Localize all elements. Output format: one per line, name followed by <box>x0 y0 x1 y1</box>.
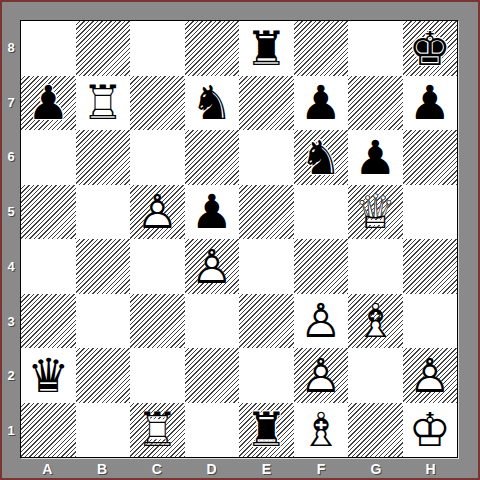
rank-label-2: 2 <box>2 349 20 404</box>
square-e5[interactable] <box>239 185 294 240</box>
file-label-h: H <box>403 459 458 478</box>
square-c1[interactable]: ♜♖ <box>130 403 185 458</box>
square-f4[interactable] <box>294 239 349 294</box>
square-c2[interactable] <box>130 348 185 403</box>
black-rook-icon: ♜ <box>239 403 294 458</box>
black-king-icon: ♚ <box>403 21 458 76</box>
black-rook-icon: ♜ <box>239 21 294 76</box>
black-knight-icon: ♞ <box>185 76 240 131</box>
square-b7[interactable]: ♜♖ <box>76 76 131 131</box>
white-pawn-icon: ♟ <box>130 185 185 240</box>
black-pawn-icon: ♟ <box>294 76 349 131</box>
square-a7[interactable]: ♟ <box>21 76 76 131</box>
white-pawn-icon: ♙ <box>403 348 458 403</box>
square-f5[interactable] <box>294 185 349 240</box>
square-g7[interactable] <box>348 76 403 131</box>
square-a1[interactable] <box>21 403 76 458</box>
white-bishop-icon: ♝ <box>348 294 403 349</box>
square-g1[interactable] <box>348 403 403 458</box>
white-king-icon: ♔ <box>403 403 458 458</box>
white-queen-icon: ♕ <box>348 185 403 240</box>
square-b4[interactable] <box>76 239 131 294</box>
square-a2[interactable]: ♛ <box>21 348 76 403</box>
chess-diagram-frame: 87654321 ♜♚♟♜♖♞♟♟♞♟♟♙♟♛♕♟♙♟♙♝♗♛♟♙♟♙♜♖♜♝♗… <box>0 0 480 480</box>
square-a8[interactable] <box>21 21 76 76</box>
square-d8[interactable] <box>185 21 240 76</box>
chess-board: ♜♚♟♜♖♞♟♟♞♟♟♙♟♛♕♟♙♟♙♝♗♛♟♙♟♙♜♖♜♝♗♚♔ <box>20 20 458 458</box>
square-d4[interactable]: ♟♙ <box>185 239 240 294</box>
square-h8[interactable]: ♚ <box>403 21 458 76</box>
square-c8[interactable] <box>130 21 185 76</box>
square-h1[interactable]: ♚♔ <box>403 403 458 458</box>
square-b8[interactable] <box>76 21 131 76</box>
white-rook-icon: ♜ <box>76 76 131 131</box>
file-label-c: C <box>130 459 185 478</box>
square-h5[interactable] <box>403 185 458 240</box>
square-h7[interactable]: ♟ <box>403 76 458 131</box>
square-e4[interactable] <box>239 239 294 294</box>
file-label-f: F <box>294 459 349 478</box>
rank-label-1: 1 <box>2 403 20 458</box>
file-labels-row: ABCDEFGH <box>20 459 458 478</box>
square-d6[interactable] <box>185 130 240 185</box>
square-e3[interactable] <box>239 294 294 349</box>
black-pawn-icon: ♟ <box>21 76 76 131</box>
black-knight-icon: ♞ <box>294 130 349 185</box>
square-h3[interactable] <box>403 294 458 349</box>
white-king-icon: ♚ <box>403 403 458 458</box>
square-a5[interactable] <box>21 185 76 240</box>
file-label-a: A <box>20 459 75 478</box>
white-pawn-icon: ♟ <box>403 348 458 403</box>
square-b3[interactable] <box>76 294 131 349</box>
square-f6[interactable]: ♞ <box>294 130 349 185</box>
square-g8[interactable] <box>348 21 403 76</box>
square-g6[interactable]: ♟ <box>348 130 403 185</box>
white-bishop-icon: ♗ <box>294 403 349 458</box>
square-f2[interactable]: ♟♙ <box>294 348 349 403</box>
square-h4[interactable] <box>403 239 458 294</box>
black-queen-icon: ♛ <box>21 348 76 403</box>
square-c7[interactable] <box>130 76 185 131</box>
white-pawn-icon: ♟ <box>185 239 240 294</box>
square-g2[interactable] <box>348 348 403 403</box>
square-f7[interactable]: ♟ <box>294 76 349 131</box>
square-d1[interactable] <box>185 403 240 458</box>
square-a3[interactable] <box>21 294 76 349</box>
square-e7[interactable] <box>239 76 294 131</box>
square-a4[interactable] <box>21 239 76 294</box>
rank-label-7: 7 <box>2 75 20 130</box>
square-d3[interactable] <box>185 294 240 349</box>
square-d5[interactable]: ♟ <box>185 185 240 240</box>
square-c4[interactable] <box>130 239 185 294</box>
square-d2[interactable] <box>185 348 240 403</box>
white-pawn-icon: ♙ <box>294 348 349 403</box>
square-f8[interactable] <box>294 21 349 76</box>
square-e8[interactable]: ♜ <box>239 21 294 76</box>
rank-label-6: 6 <box>2 130 20 185</box>
square-h2[interactable]: ♟♙ <box>403 348 458 403</box>
black-pawn-icon: ♟ <box>403 76 458 131</box>
white-pawn-icon: ♙ <box>294 294 349 349</box>
rank-label-4: 4 <box>2 239 20 294</box>
file-label-e: E <box>239 459 294 478</box>
square-f3[interactable]: ♟♙ <box>294 294 349 349</box>
file-label-g: G <box>349 459 404 478</box>
black-pawn-icon: ♟ <box>185 185 240 240</box>
square-g5[interactable]: ♛♕ <box>348 185 403 240</box>
square-c5[interactable]: ♟♙ <box>130 185 185 240</box>
white-pawn-icon: ♟ <box>294 294 349 349</box>
square-e1[interactable]: ♜ <box>239 403 294 458</box>
white-rook-icon: ♜ <box>130 403 185 458</box>
square-g4[interactable] <box>348 239 403 294</box>
rank-labels-column: 87654321 <box>2 20 20 458</box>
square-g3[interactable]: ♝♗ <box>348 294 403 349</box>
white-queen-icon: ♛ <box>348 185 403 240</box>
file-label-d: D <box>184 459 239 478</box>
square-b2[interactable] <box>76 348 131 403</box>
square-c6[interactable] <box>130 130 185 185</box>
square-h6[interactable] <box>403 130 458 185</box>
white-pawn-icon: ♟ <box>294 348 349 403</box>
square-b5[interactable] <box>76 185 131 240</box>
black-pawn-icon: ♟ <box>348 130 403 185</box>
square-e2[interactable] <box>239 348 294 403</box>
square-e6[interactable] <box>239 130 294 185</box>
square-b1[interactable] <box>76 403 131 458</box>
white-rook-icon: ♖ <box>130 403 185 458</box>
rank-label-5: 5 <box>2 184 20 239</box>
rank-label-3: 3 <box>2 294 20 349</box>
file-label-b: B <box>75 459 130 478</box>
square-b6[interactable] <box>76 130 131 185</box>
square-a6[interactable] <box>21 130 76 185</box>
white-pawn-icon: ♙ <box>130 185 185 240</box>
white-rook-icon: ♖ <box>76 76 131 131</box>
white-bishop-icon: ♗ <box>348 294 403 349</box>
rank-label-8: 8 <box>2 20 20 75</box>
square-d7[interactable]: ♞ <box>185 76 240 131</box>
white-bishop-icon: ♝ <box>294 403 349 458</box>
square-c3[interactable] <box>130 294 185 349</box>
square-f1[interactable]: ♝♗ <box>294 403 349 458</box>
white-pawn-icon: ♙ <box>185 239 240 294</box>
